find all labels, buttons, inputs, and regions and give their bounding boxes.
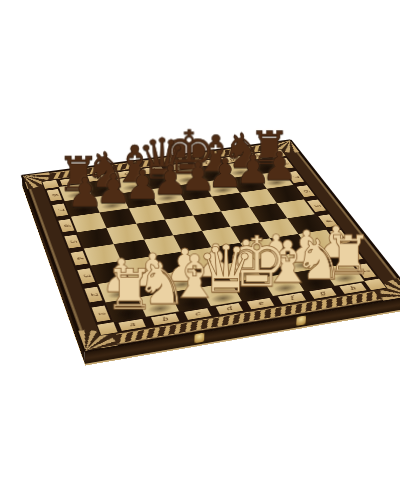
square-a7: ♟ <box>65 197 100 216</box>
white-rook: ♜ <box>86 262 173 318</box>
black-pawn: ♟ <box>47 172 123 213</box>
square-c5 <box>136 219 173 239</box>
chess-board: abcdefgh abcdefgh 87654321 87654321 ♜♞♝♛… <box>21 139 400 353</box>
brass-latch-icon <box>195 333 205 344</box>
square-g5 <box>249 203 287 222</box>
product-photo-background: abcdefgh abcdefgh 87654321 87654321 ♜♞♝♛… <box>0 0 400 498</box>
photo-perspective: abcdefgh abcdefgh 87654321 87654321 ♜♞♝♛… <box>0 0 400 498</box>
rank-label-5: 5 <box>304 197 330 214</box>
brass-latch-icon <box>296 315 306 326</box>
